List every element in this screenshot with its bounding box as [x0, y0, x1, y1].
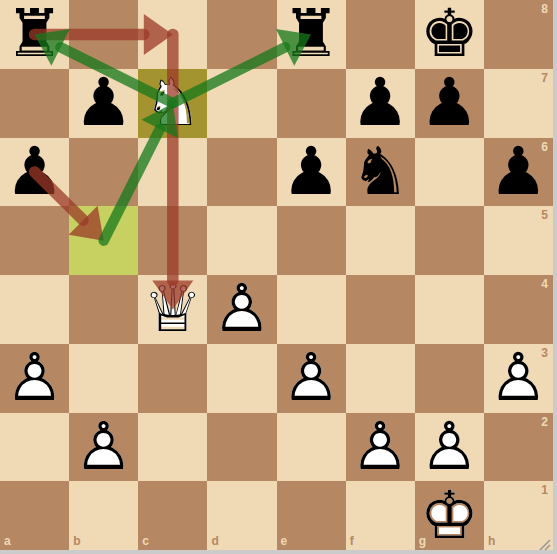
square-a6[interactable]: ♟ [0, 138, 69, 207]
black-pawn[interactable]: ♟ [277, 138, 346, 207]
white-pawn[interactable]: ♟♙ [0, 344, 69, 413]
square-a4[interactable] [0, 275, 69, 344]
square-e1[interactable] [277, 481, 346, 550]
square-e7[interactable] [277, 69, 346, 138]
square-e4[interactable] [277, 275, 346, 344]
square-f6[interactable]: ♞ [346, 138, 415, 207]
white-pawn[interactable]: ♟♙ [415, 413, 484, 482]
square-f8[interactable] [346, 0, 415, 69]
square-e8[interactable]: ♜ [277, 0, 346, 69]
square-b3[interactable] [69, 344, 138, 413]
square-g4[interactable] [415, 275, 484, 344]
square-c4[interactable]: ♛♕ [138, 275, 207, 344]
black-pawn[interactable]: ♟ [0, 138, 69, 207]
square-g2[interactable]: ♟♙ [415, 413, 484, 482]
square-h5[interactable] [484, 206, 553, 275]
white-pawn[interactable]: ♟♙ [207, 275, 276, 344]
square-c8[interactable] [138, 0, 207, 69]
square-a2[interactable] [0, 413, 69, 482]
white-pawn[interactable]: ♟♙ [484, 344, 553, 413]
square-d6[interactable] [207, 138, 276, 207]
black-pawn[interactable]: ♟ [346, 69, 415, 138]
white-pawn[interactable]: ♟♙ [346, 413, 415, 482]
square-f3[interactable] [346, 344, 415, 413]
square-b5[interactable] [69, 206, 138, 275]
square-a5[interactable] [0, 206, 69, 275]
square-c1[interactable] [138, 481, 207, 550]
chess-app: ♜♜♚♟♞♘♟♟♟♟♞♟♛♕♟♙♟♙♟♙♟♙♟♙♟♙♟♙♚♔ abcdefgh8… [0, 0, 557, 554]
square-h2[interactable] [484, 413, 553, 482]
square-h4[interactable] [484, 275, 553, 344]
square-g1[interactable]: ♚♔ [415, 481, 484, 550]
chess-board-squares: ♜♜♚♟♞♘♟♟♟♟♞♟♛♕♟♙♟♙♟♙♟♙♟♙♟♙♟♙♚♔ [0, 0, 553, 550]
black-rook[interactable]: ♜ [0, 0, 69, 69]
square-b2[interactable]: ♟♙ [69, 413, 138, 482]
square-c7[interactable]: ♞♘ [138, 69, 207, 138]
square-c5[interactable] [138, 206, 207, 275]
square-g3[interactable] [415, 344, 484, 413]
white-pawn[interactable]: ♟♙ [69, 413, 138, 482]
square-d7[interactable] [207, 69, 276, 138]
black-pawn[interactable]: ♟ [484, 138, 553, 207]
square-h7[interactable] [484, 69, 553, 138]
square-h3[interactable]: ♟♙ [484, 344, 553, 413]
square-d2[interactable] [207, 413, 276, 482]
black-knight[interactable]: ♞ [346, 138, 415, 207]
square-h8[interactable] [484, 0, 553, 69]
square-c2[interactable] [138, 413, 207, 482]
square-f1[interactable] [346, 481, 415, 550]
square-a7[interactable] [0, 69, 69, 138]
square-c6[interactable] [138, 138, 207, 207]
white-queen[interactable]: ♛♕ [138, 275, 207, 344]
square-f4[interactable] [346, 275, 415, 344]
white-knight[interactable]: ♞♘ [138, 69, 207, 138]
square-f7[interactable]: ♟ [346, 69, 415, 138]
square-f5[interactable] [346, 206, 415, 275]
square-b6[interactable] [69, 138, 138, 207]
square-e3[interactable]: ♟♙ [277, 344, 346, 413]
square-g6[interactable] [415, 138, 484, 207]
black-rook[interactable]: ♜ [277, 0, 346, 69]
square-b4[interactable] [69, 275, 138, 344]
white-pawn[interactable]: ♟♙ [277, 344, 346, 413]
square-g8[interactable]: ♚ [415, 0, 484, 69]
black-pawn[interactable]: ♟ [415, 69, 484, 138]
square-a3[interactable]: ♟♙ [0, 344, 69, 413]
black-king[interactable]: ♚ [415, 0, 484, 69]
square-e6[interactable]: ♟ [277, 138, 346, 207]
square-b1[interactable] [69, 481, 138, 550]
square-d8[interactable] [207, 0, 276, 69]
square-d5[interactable] [207, 206, 276, 275]
square-f2[interactable]: ♟♙ [346, 413, 415, 482]
square-b7[interactable]: ♟ [69, 69, 138, 138]
square-g7[interactable]: ♟ [415, 69, 484, 138]
black-pawn[interactable]: ♟ [69, 69, 138, 138]
square-g5[interactable] [415, 206, 484, 275]
chess-board: ♜♜♚♟♞♘♟♟♟♟♞♟♛♕♟♙♟♙♟♙♟♙♟♙♟♙♟♙♚♔ abcdefgh8… [0, 0, 553, 550]
square-c3[interactable] [138, 344, 207, 413]
square-e5[interactable] [277, 206, 346, 275]
white-king[interactable]: ♚♔ [415, 481, 484, 550]
square-d1[interactable] [207, 481, 276, 550]
square-a8[interactable]: ♜ [0, 0, 69, 69]
resize-grip-icon[interactable] [537, 537, 553, 553]
square-d3[interactable] [207, 344, 276, 413]
square-a1[interactable] [0, 481, 69, 550]
square-h6[interactable]: ♟ [484, 138, 553, 207]
square-e2[interactable] [277, 413, 346, 482]
square-b8[interactable] [69, 0, 138, 69]
square-d4[interactable]: ♟♙ [207, 275, 276, 344]
